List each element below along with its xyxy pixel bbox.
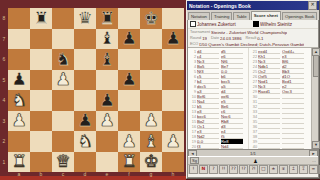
move-number: 11 (188, 100, 196, 104)
result-label: Result (246, 36, 257, 40)
eco-value[interactable]: D50 Queen's Gambit Declined; Dutch-Peruv… (199, 42, 304, 47)
square-g4[interactable] (140, 90, 162, 111)
square-f4[interactable] (118, 90, 140, 111)
file-label-a: a (8, 171, 30, 177)
white-pawn[interactable]: ♟ (140, 111, 162, 132)
move-number: 8 (188, 85, 196, 89)
square-a3[interactable]: ♟ (8, 111, 30, 132)
move-number: 26 (249, 75, 257, 79)
white-color-box (190, 21, 196, 27)
file-label-g: g (140, 171, 162, 177)
square-a8[interactable] (8, 8, 30, 29)
square-b3[interactable] (30, 111, 52, 132)
move-number: 9 (188, 90, 196, 94)
white-move-40 (258, 144, 280, 150)
annotation-symbol-?[interactable]: ? (209, 165, 218, 174)
chess-application: 87654321 ♜♛♜♚♝♟♟♞♝♟♟♟♞♟♟♟♟♟♞♟♝♟♜♛♜♚ abcd… (0, 0, 320, 180)
moves-column-right: 21exd4Qxd4+22Kh1e323Nc3Bf624Ndb1d225Qc2B… (248, 48, 309, 149)
black-player-link[interactable]: Wilhelm Steinitz (260, 22, 316, 27)
move-number: 13 (188, 110, 196, 114)
annotation-symbol-±[interactable]: ± (269, 165, 278, 174)
rank-labels: 87654321 (0, 8, 8, 172)
rank-label-7: 7 (0, 29, 8, 50)
black-knight[interactable]: ♞ (52, 49, 74, 70)
move-number: 7 (188, 80, 196, 84)
white-bishop[interactable]: ♝ (140, 131, 162, 152)
move-number: 25 (249, 70, 257, 74)
annotation-symbol-??[interactable]: ?? (229, 165, 238, 174)
tab-table[interactable]: Table (233, 12, 249, 20)
square-f2[interactable]: ♟ (118, 131, 140, 152)
square-b5[interactable] (30, 70, 52, 91)
annotation-symbol-∓[interactable]: ∓ (279, 165, 288, 174)
black-rook[interactable]: ♜ (96, 8, 118, 29)
move-number: 10 (188, 95, 196, 99)
white-knight[interactable]: ♞ (74, 131, 96, 152)
square-h7[interactable]: ♟ (162, 29, 184, 50)
notation-titlebar[interactable]: Notation - Openings Book ✕ (187, 1, 319, 10)
square-f6[interactable] (118, 49, 140, 70)
vertical-scrollbar[interactable]: ▲ ▼ (311, 48, 318, 149)
move-number: 28 (249, 85, 257, 89)
square-b4[interactable] (30, 90, 52, 111)
white-pawn[interactable]: ♟ (52, 70, 74, 91)
move-number: 19 (188, 140, 196, 144)
square-h2[interactable]: ♟ (162, 131, 184, 152)
black-queen[interactable]: ♛ (74, 8, 96, 29)
square-h3[interactable] (162, 111, 184, 132)
square-d6[interactable] (74, 49, 96, 70)
annotation-symbols-toolbar: !N?!!??!??!□±∓⩲⩱=∞ (188, 164, 318, 174)
date-label: Date (211, 36, 219, 40)
square-d8[interactable]: ♛ (74, 8, 96, 29)
pawn-icon[interactable]: ♟ (199, 158, 312, 164)
move-number: 30 (249, 95, 257, 99)
square-c1[interactable]: ♛ (52, 152, 74, 173)
tournament-label: Tournament (190, 30, 210, 34)
square-g5[interactable] (140, 70, 162, 91)
eco-label: ECO (190, 42, 198, 46)
square-f7[interactable]: ♟ (118, 29, 140, 50)
square-c6[interactable]: ♞ (52, 49, 74, 70)
square-g2[interactable]: ♝ (140, 131, 162, 152)
rank-label-8: 8 (0, 8, 8, 29)
square-h6[interactable] (162, 49, 184, 70)
white-player-link[interactable]: Johannes Zukertort (197, 22, 253, 27)
black-pawn[interactable]: ♟ (118, 29, 140, 50)
file-labels: abcdefgh (8, 171, 184, 177)
notation-window: Notation - Openings Book ✕ NotationTrain… (186, 0, 320, 179)
move-row-20: 20f3Nd4 (188, 144, 248, 149)
square-e1[interactable] (96, 152, 118, 173)
tab-openings-book[interactable]: Openings Book (282, 12, 317, 20)
close-icon[interactable]: ✕ (308, 1, 317, 10)
tournament-link[interactable]: Steinitz - Zukertort World Championship (211, 30, 287, 35)
white-rook[interactable]: ♜ (8, 152, 30, 173)
black-move-20[interactable]: Nd4 (221, 144, 243, 150)
sg-button[interactable]: Sg (190, 157, 199, 164)
black-pawn[interactable]: ♟ (118, 70, 140, 91)
square-f8[interactable] (118, 8, 140, 29)
move-number: 6 (188, 75, 196, 79)
square-c7[interactable] (52, 29, 74, 50)
square-d4[interactable] (74, 90, 96, 111)
annotation-symbol-![interactable]: ! (189, 165, 198, 174)
black-move-40 (282, 144, 304, 150)
rank-label-2: 2 (0, 131, 8, 152)
annotation-symbol-?![interactable]: ?! (249, 165, 258, 174)
square-b2[interactable] (30, 131, 52, 152)
square-g6[interactable] (140, 49, 162, 70)
scoresheet-table: 1d4d52c4e63Nc3Nf64Bg5Be75Nf30-06c5b67b4b… (188, 47, 318, 149)
square-e8[interactable]: ♜ (96, 8, 118, 29)
annotation-symbol-=[interactable]: = (309, 165, 318, 174)
square-a4[interactable]: ♞ (8, 90, 30, 111)
move-number: 23 (249, 60, 257, 64)
square-b6[interactable] (30, 49, 52, 70)
square-a7[interactable] (8, 29, 30, 50)
file-label-e: e (96, 171, 118, 177)
square-d5[interactable] (74, 70, 96, 91)
round-value: 19 (202, 36, 207, 41)
scroll-down-icon[interactable]: ▼ (312, 141, 320, 149)
more-icon[interactable]: … (312, 158, 316, 163)
square-h4[interactable] (162, 90, 184, 111)
square-f5[interactable]: ♟ (118, 70, 140, 91)
move-number: 18 (188, 135, 196, 139)
move-number: 2 (188, 55, 196, 59)
square-e3[interactable]: ♟ (96, 111, 118, 132)
square-c3[interactable] (52, 111, 74, 132)
annotation-symbol-□[interactable]: □ (259, 165, 268, 174)
square-d1[interactable] (74, 152, 96, 173)
square-d2[interactable]: ♞ (74, 131, 96, 152)
black-color-box (253, 21, 259, 27)
square-h1[interactable] (162, 152, 184, 173)
square-d7[interactable] (74, 29, 96, 50)
square-h8[interactable] (162, 8, 184, 29)
move-number: 16 (188, 125, 196, 129)
move-number: 35 (249, 120, 257, 124)
move-number: 15 (188, 120, 196, 124)
move-number: 29 (249, 90, 257, 94)
square-f1[interactable]: ♜ (118, 152, 140, 173)
move-number: 27 (249, 80, 257, 84)
move-number: 36 (249, 125, 257, 129)
black-rook[interactable]: ♜ (30, 8, 52, 29)
sheet-pager: ◄ 1/1 ► (188, 149, 318, 156)
rank-label-4: 4 (0, 90, 8, 111)
square-e4[interactable]: ♟ (96, 90, 118, 111)
move-number: 38 (249, 135, 257, 139)
file-label-b: b (30, 171, 52, 177)
result-value: 0-1 (257, 36, 263, 41)
white-move-20[interactable]: f3 (197, 144, 219, 150)
square-g8[interactable]: ♚ (140, 8, 162, 29)
square-f3[interactable] (118, 111, 140, 132)
move-number: 20 (188, 145, 196, 149)
move-number: 31 (249, 100, 257, 104)
move-number: 40 (249, 145, 257, 149)
chess-board-frame: 87654321 ♜♛♜♚♝♟♟♞♝♟♟♟♞♟♟♟♟♟♞♟♝♟♜♛♜♚ abcd… (0, 0, 186, 180)
black-pawn[interactable]: ♟ (74, 111, 96, 132)
black-pawn[interactable]: ♟ (162, 29, 184, 50)
black-king[interactable]: ♚ (140, 8, 162, 29)
file-label-d: d (74, 171, 96, 177)
page-indicator: 1/1 (197, 151, 309, 156)
rank-label-5: 5 (0, 70, 8, 91)
white-queen[interactable]: ♛ (52, 152, 74, 173)
chess-board[interactable]: ♜♛♜♚♝♟♟♞♝♟♟♟♞♟♟♟♟♟♞♟♝♟♜♛♜♚ (8, 8, 184, 172)
move-number: 39 (249, 140, 257, 144)
white-pawn[interactable]: ♟ (118, 131, 140, 152)
move-number: 24 (249, 65, 257, 69)
tab-score-sheet[interactable]: Score sheet (251, 11, 281, 20)
move-number: 33 (249, 110, 257, 114)
tab-training[interactable]: Training (211, 12, 232, 20)
square-a6[interactable] (8, 49, 30, 70)
annotation-minibar: Sg ♟ … (188, 156, 318, 164)
square-e5[interactable] (96, 70, 118, 91)
black-pawn[interactable]: ♟ (96, 90, 118, 111)
move-number: 32 (249, 105, 257, 109)
black-bishop[interactable]: ♝ (96, 29, 118, 50)
annotation-symbol-⩲[interactable]: ⩲ (289, 165, 298, 174)
square-c2[interactable] (52, 131, 74, 152)
square-a1[interactable]: ♜ (8, 152, 30, 173)
move-number: 1 (188, 50, 196, 54)
annotation-symbol-!![interactable]: !! (219, 165, 228, 174)
square-b8[interactable]: ♜ (30, 8, 52, 29)
move-number: 3 (188, 60, 196, 64)
square-d3[interactable]: ♟ (74, 111, 96, 132)
file-label-f: f (118, 171, 140, 177)
move-number: 4 (188, 65, 196, 69)
white-knight[interactable]: ♞ (8, 90, 30, 111)
move-number: 17 (188, 130, 196, 134)
square-b7[interactable] (30, 29, 52, 50)
white-pawn[interactable]: ♟ (96, 111, 118, 132)
black-bishop[interactable]: ♝ (96, 49, 118, 70)
scoresheet-pane: Johannes Zukertort Wilhelm Steinitz Tour… (187, 20, 319, 178)
square-g3[interactable]: ♟ (140, 111, 162, 132)
white-king[interactable]: ♚ (140, 152, 162, 173)
scrollbar-thumb[interactable] (313, 55, 320, 77)
annotation-symbol-N[interactable]: N (199, 165, 208, 174)
annotation-symbol-!?[interactable]: !? (239, 165, 248, 174)
square-c4[interactable] (52, 90, 74, 111)
square-c5[interactable]: ♟ (52, 70, 74, 91)
move-row-40: 40 (249, 144, 309, 149)
date-value: 24.03.1886 (220, 36, 242, 41)
tab-notation[interactable]: Notation (188, 12, 210, 20)
square-e7[interactable]: ♝ (96, 29, 118, 50)
square-e6[interactable]: ♝ (96, 49, 118, 70)
white-pawn[interactable]: ♟ (162, 131, 184, 152)
rank-label-6: 6 (0, 49, 8, 70)
square-h5[interactable] (162, 70, 184, 91)
square-c8[interactable] (52, 8, 74, 29)
white-pawn[interactable]: ♟ (8, 111, 30, 132)
square-g7[interactable] (140, 29, 162, 50)
square-a2[interactable] (8, 131, 30, 152)
black-pawn[interactable]: ♟ (8, 70, 30, 91)
move-number: 12 (188, 105, 196, 109)
move-number: 21 (249, 50, 257, 54)
window-title: Notation - Openings Book (189, 3, 308, 9)
rank-label-3: 3 (0, 111, 8, 132)
rank-label-1: 1 (0, 152, 8, 173)
square-b1[interactable] (30, 152, 52, 173)
moves-column-left: 1d4d52c4e63Nc3Nf64Bg5Be75Nf30-06c5b67b4b… (188, 48, 248, 149)
move-number: 37 (249, 130, 257, 134)
file-label-c: c (52, 171, 74, 177)
move-number: 5 (188, 70, 196, 74)
move-number: 34 (249, 115, 257, 119)
square-e2[interactable] (96, 131, 118, 152)
notation-tabs: NotationTrainingTableScore sheetOpenings… (187, 10, 319, 20)
square-a5[interactable]: ♟ (8, 70, 30, 91)
annotation-symbol-⩱[interactable]: ⩱ (299, 165, 308, 174)
move-number: 14 (188, 115, 196, 119)
move-number: 22 (249, 55, 257, 59)
file-label-h: h (162, 171, 184, 177)
white-rook[interactable]: ♜ (118, 152, 140, 173)
round-label: Round (190, 36, 201, 40)
square-g1[interactable]: ♚ (140, 152, 162, 173)
players-row: Johannes Zukertort Wilhelm Steinitz (188, 20, 318, 29)
